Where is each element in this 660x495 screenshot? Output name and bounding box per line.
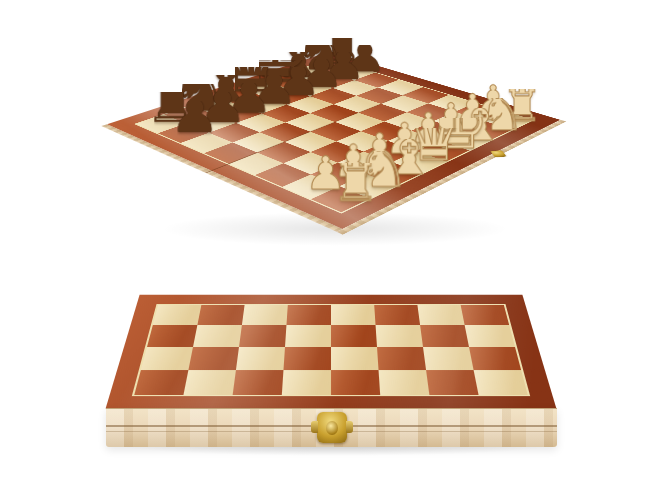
board-square — [426, 370, 478, 395]
board-square — [461, 305, 510, 325]
board-square — [197, 305, 244, 325]
clasp-knob — [326, 421, 338, 435]
product-photo-stage: ♜♞♝♛♚♝♞♜♟♟♟♟♟♟♟♟♟♟♟♟♟♟♟♟♜♞♝♛♚♝♞♜ — [0, 0, 660, 495]
pieces-layer: ♜♞♝♛♚♝♞♜♟♟♟♟♟♟♟♟♟♟♟♟♟♟♟♟♜♞♝♛♚♝♞♜ — [107, 52, 560, 229]
board-square — [374, 305, 420, 325]
board-square — [474, 370, 528, 395]
board-square — [283, 347, 331, 370]
board-square — [377, 347, 426, 370]
board-square — [331, 347, 379, 370]
closed-box-front — [106, 408, 557, 447]
closed-box-checkerboard — [132, 304, 530, 396]
board-square — [233, 370, 284, 395]
board-square — [331, 370, 380, 395]
brass-clasp-icon — [317, 412, 347, 443]
white-rook: ♜ — [335, 163, 377, 205]
board-square — [417, 305, 464, 325]
board-square — [376, 325, 423, 347]
black-pawn: ♟ — [177, 101, 213, 137]
open-chess-board-scene: ♜♞♝♛♚♝♞♜♟♟♟♟♟♟♟♟♟♟♟♟♟♟♟♟♜♞♝♛♚♝♞♜ — [0, 0, 660, 272]
board-square — [469, 347, 521, 370]
board-square — [379, 370, 430, 395]
board-square — [423, 347, 474, 370]
open-board: ♜♞♝♛♚♝♞♜♟♟♟♟♟♟♟♟♟♟♟♟♟♟♟♟♜♞♝♛♚♝♞♜ — [107, 52, 560, 229]
board-square — [147, 325, 197, 347]
board-square — [183, 370, 235, 395]
closed-box-lid — [106, 295, 557, 409]
board-square — [193, 325, 242, 347]
board-square — [285, 325, 331, 347]
board-square — [239, 325, 286, 347]
board-square — [282, 370, 331, 395]
board-square — [188, 347, 239, 370]
board-square — [331, 325, 377, 347]
board-square — [236, 347, 285, 370]
board-square — [134, 370, 188, 395]
closed-chess-box-scene — [0, 272, 660, 495]
board-square — [420, 325, 469, 347]
clasp-hinge — [346, 421, 353, 433]
board-square — [242, 305, 288, 325]
board-square — [465, 325, 515, 347]
board-square — [153, 305, 202, 325]
board-square — [286, 305, 331, 325]
board-square — [331, 305, 376, 325]
board-square — [141, 347, 193, 370]
clasp-hinge — [311, 421, 318, 433]
